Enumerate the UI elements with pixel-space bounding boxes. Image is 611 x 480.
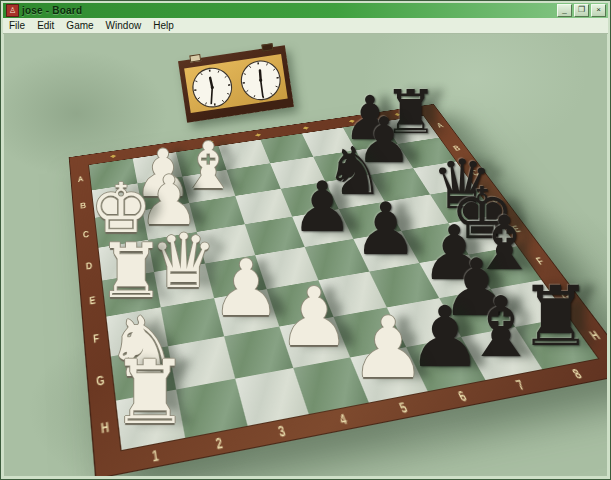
- menu-window[interactable]: Window: [100, 19, 148, 32]
- app-window: ♙ jose - Board _❐× FileEditGameWindowHel…: [0, 0, 611, 480]
- clock-dial-left: [188, 63, 236, 111]
- brass-stud: [110, 154, 116, 157]
- menu-help[interactable]: Help: [147, 19, 180, 32]
- brass-stud: [255, 133, 261, 136]
- menu-file[interactable]: File: [3, 19, 31, 32]
- piece-black-pawn[interactable]: ♟: [291, 172, 353, 242]
- board-label-D: D: [81, 248, 98, 285]
- menu-edit[interactable]: Edit: [31, 19, 60, 32]
- brass-stud: [302, 126, 308, 129]
- clock-button-left[interactable]: [189, 54, 201, 63]
- clock-dial-right: [236, 56, 284, 104]
- app-icon: ♙: [6, 4, 19, 17]
- minimize-button[interactable]: _: [557, 4, 572, 17]
- board-label-B: B: [75, 190, 91, 221]
- clock-button-right[interactable]: [261, 43, 273, 52]
- table-surface: ABCDEFGH ABCDEFGH 12345678 ♚♛♜♜♝♞♟♟♟♟♟♚♛…: [4, 34, 607, 476]
- title-bar[interactable]: ♙ jose - Board _❐×: [3, 3, 608, 18]
- close-button[interactable]: ×: [591, 4, 606, 17]
- piece-white-pawn[interactable]: ♟: [278, 277, 351, 358]
- clock-face-panel: [184, 54, 288, 113]
- chess-clock: [178, 45, 294, 122]
- piece-white-pawn[interactable]: ♟: [350, 306, 426, 391]
- maximize-button[interactable]: ❐: [574, 4, 589, 17]
- menu-bar: FileEditGameWindowHelp: [3, 18, 608, 34]
- menu-game[interactable]: Game: [60, 19, 99, 32]
- board-label-F: F: [87, 316, 107, 361]
- piece-black-pawn[interactable]: ♟: [353, 193, 418, 265]
- piece-white-pawn[interactable]: ♟: [211, 250, 281, 328]
- window-controls: _❐×: [557, 4, 606, 17]
- window-title: jose - Board: [22, 5, 557, 16]
- board-label-A: A: [73, 165, 88, 194]
- piece-white-rook[interactable]: ♜: [110, 348, 189, 436]
- piece-white-rook[interactable]: ♜: [97, 234, 164, 309]
